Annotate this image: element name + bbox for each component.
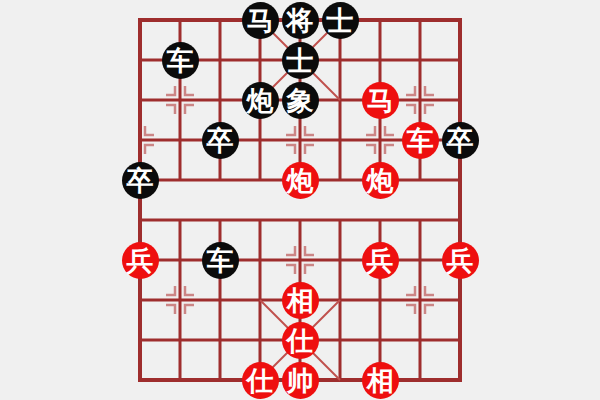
xiangqi-app: 马将士车士炮象马卒车卒卒炮炮兵车兵兵相仕仕帅相 (0, 0, 600, 400)
piece-glyph: 仕 (287, 327, 314, 354)
board-point-3-6[interactable] (240, 240, 280, 280)
board-point-7-5[interactable] (400, 200, 440, 240)
board-point-3-4[interactable] (240, 160, 280, 200)
board-point-1-1[interactable]: 车 (160, 40, 200, 80)
piece-red-elephant[interactable]: 相 (282, 282, 319, 319)
board-point-5-0[interactable]: 士 (320, 0, 360, 40)
board-point-0-2[interactable] (120, 80, 160, 120)
board-point-4-9[interactable]: 帅 (280, 360, 320, 400)
board-point-0-8[interactable] (120, 320, 160, 360)
board-point-0-0[interactable] (120, 0, 160, 40)
piece-glyph: 兵 (447, 247, 474, 274)
board-point-4-4[interactable]: 炮 (280, 160, 320, 200)
board-point-8-2[interactable] (440, 80, 480, 120)
piece-red-cannon[interactable]: 炮 (362, 162, 399, 199)
board-point-1-7[interactable] (160, 280, 200, 320)
board-point-6-5[interactable] (360, 200, 400, 240)
board-point-7-7[interactable] (400, 280, 440, 320)
board-point-3-3[interactable] (240, 120, 280, 160)
piece-glyph: 卒 (447, 127, 474, 154)
board-point-4-6[interactable] (280, 240, 320, 280)
board-point-8-3[interactable]: 卒 (440, 120, 480, 160)
board-point-3-5[interactable] (240, 200, 280, 240)
board-point-5-3[interactable] (320, 120, 360, 160)
board-point-5-8[interactable] (320, 320, 360, 360)
board-point-2-6[interactable]: 车 (200, 240, 240, 280)
board-point-4-0[interactable]: 将 (280, 0, 320, 40)
piece-glyph: 仕 (247, 367, 274, 394)
piece-glyph: 士 (327, 7, 354, 34)
board-point-5-4[interactable] (320, 160, 360, 200)
board-point-8-5[interactable] (440, 200, 480, 240)
piece-glyph: 士 (287, 47, 314, 74)
board-point-1-6[interactable] (160, 240, 200, 280)
piece-glyph: 马 (247, 7, 274, 34)
piece-black-chariot[interactable]: 车 (202, 242, 239, 279)
board-point-0-5[interactable] (120, 200, 160, 240)
board-point-6-2[interactable]: 马 (360, 80, 400, 120)
board-point-1-8[interactable] (160, 320, 200, 360)
board-point-2-5[interactable] (200, 200, 240, 240)
piece-red-elephant[interactable]: 相 (362, 362, 399, 399)
board-point-4-1[interactable]: 士 (280, 40, 320, 80)
board-point-6-4[interactable]: 炮 (360, 160, 400, 200)
piece-black-soldier[interactable]: 卒 (122, 162, 159, 199)
board-point-1-9[interactable] (160, 360, 200, 400)
board-point-8-7[interactable] (440, 280, 480, 320)
piece-glyph: 相 (367, 367, 394, 394)
piece-red-horse[interactable]: 马 (362, 82, 399, 119)
piece-glyph: 卒 (207, 127, 234, 154)
board-point-8-6[interactable]: 兵 (440, 240, 480, 280)
board-point-2-3[interactable]: 卒 (200, 120, 240, 160)
piece-glyph: 炮 (287, 167, 314, 194)
piece-red-advisor[interactable]: 仕 (282, 322, 319, 359)
piece-red-cannon[interactable]: 炮 (282, 162, 319, 199)
board-point-6-3[interactable] (360, 120, 400, 160)
board-point-1-5[interactable] (160, 200, 200, 240)
board-point-0-6[interactable]: 兵 (120, 240, 160, 280)
board-point-4-5[interactable] (280, 200, 320, 240)
piece-black-soldier[interactable]: 卒 (442, 122, 479, 159)
board-point-5-1[interactable] (320, 40, 360, 80)
board-point-8-1[interactable] (440, 40, 480, 80)
board-point-0-1[interactable] (120, 40, 160, 80)
board-point-2-2[interactable] (200, 80, 240, 120)
board-point-4-7[interactable]: 相 (280, 280, 320, 320)
board-point-7-6[interactable] (400, 240, 440, 280)
piece-glyph: 车 (167, 47, 194, 74)
board-point-7-4[interactable] (400, 160, 440, 200)
board-point-2-8[interactable] (200, 320, 240, 360)
piece-black-advisor[interactable]: 士 (282, 42, 319, 79)
board-point-2-9[interactable] (200, 360, 240, 400)
board-point-5-9[interactable] (320, 360, 360, 400)
board-point-3-0[interactable]: 马 (240, 0, 280, 40)
board-point-3-8[interactable] (240, 320, 280, 360)
board-point-1-4[interactable] (160, 160, 200, 200)
piece-glyph: 帅 (287, 367, 314, 394)
board-point-6-7[interactable] (360, 280, 400, 320)
board-point-8-9[interactable] (440, 360, 480, 400)
piece-glyph: 车 (407, 127, 434, 154)
board-point-3-9[interactable]: 仕 (240, 360, 280, 400)
xiangqi-board: 马将士车士炮象马卒车卒卒炮炮兵车兵兵相仕仕帅相 (120, 0, 480, 400)
piece-glyph: 车 (207, 247, 234, 274)
board-point-3-1[interactable] (240, 40, 280, 80)
board-point-8-0[interactable] (440, 0, 480, 40)
piece-red-chariot[interactable]: 车 (402, 122, 439, 159)
piece-black-elephant[interactable]: 象 (282, 82, 319, 119)
piece-red-general[interactable]: 帅 (282, 362, 319, 399)
board-point-4-2[interactable]: 象 (280, 80, 320, 120)
board-point-0-7[interactable] (120, 280, 160, 320)
board-point-5-2[interactable] (320, 80, 360, 120)
board-point-6-6[interactable]: 兵 (360, 240, 400, 280)
piece-black-advisor[interactable]: 士 (322, 2, 359, 39)
piece-glyph: 相 (287, 287, 314, 314)
piece-black-soldier[interactable]: 卒 (202, 122, 239, 159)
piece-red-soldier[interactable]: 兵 (362, 242, 399, 279)
board-point-6-1[interactable] (360, 40, 400, 80)
board-point-0-4[interactable]: 卒 (120, 160, 160, 200)
board-point-1-2[interactable] (160, 80, 200, 120)
board-point-6-9[interactable]: 相 (360, 360, 400, 400)
board-point-2-7[interactable] (200, 280, 240, 320)
piece-red-advisor[interactable]: 仕 (242, 362, 279, 399)
board-point-5-7[interactable] (320, 280, 360, 320)
piece-glyph: 象 (287, 87, 314, 114)
piece-black-horse[interactable]: 马 (242, 2, 279, 39)
board-point-7-9[interactable] (400, 360, 440, 400)
board-point-2-4[interactable] (200, 160, 240, 200)
piece-glyph: 卒 (127, 167, 154, 194)
board-point-0-9[interactable] (120, 360, 160, 400)
board-point-7-2[interactable] (400, 80, 440, 120)
piece-glyph: 将 (287, 7, 314, 34)
board-point-1-3[interactable] (160, 120, 200, 160)
board-point-1-0[interactable] (160, 0, 200, 40)
board-point-8-4[interactable] (440, 160, 480, 200)
piece-black-general[interactable]: 将 (282, 2, 319, 39)
board-point-3-7[interactable] (240, 280, 280, 320)
piece-glyph: 炮 (247, 87, 274, 114)
piece-red-soldier[interactable]: 兵 (442, 242, 479, 279)
board-point-4-8[interactable]: 仕 (280, 320, 320, 360)
piece-black-cannon[interactable]: 炮 (242, 82, 279, 119)
piece-glyph: 兵 (367, 247, 394, 274)
piece-black-chariot[interactable]: 车 (162, 42, 199, 79)
board-point-4-3[interactable] (280, 120, 320, 160)
board-point-7-8[interactable] (400, 320, 440, 360)
board-point-5-5[interactable] (320, 200, 360, 240)
piece-red-soldier[interactable]: 兵 (122, 242, 159, 279)
piece-glyph: 兵 (127, 247, 154, 274)
board-point-5-6[interactable] (320, 240, 360, 280)
board-point-2-0[interactable] (200, 0, 240, 40)
board-point-6-0[interactable] (360, 0, 400, 40)
board-point-8-8[interactable] (440, 320, 480, 360)
board-point-7-0[interactable] (400, 0, 440, 40)
board-point-3-2[interactable]: 炮 (240, 80, 280, 120)
board-point-2-1[interactable] (200, 40, 240, 80)
board-point-7-1[interactable] (400, 40, 440, 80)
board-point-6-8[interactable] (360, 320, 400, 360)
board-point-0-3[interactable] (120, 120, 160, 160)
piece-glyph: 炮 (367, 167, 394, 194)
board-point-7-3[interactable]: 车 (400, 120, 440, 160)
piece-glyph: 马 (367, 87, 394, 114)
